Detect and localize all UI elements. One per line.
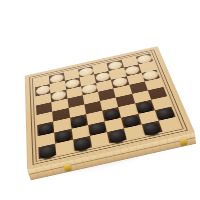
board-square — [71, 125, 90, 140]
checker-piece-dark — [103, 108, 121, 121]
board-square — [100, 97, 118, 110]
board-square — [88, 121, 107, 136]
board-square — [132, 90, 151, 103]
board-square — [38, 132, 56, 147]
board-square — [104, 117, 124, 132]
board-square — [86, 111, 105, 125]
board-square — [70, 114, 88, 128]
board-square — [52, 108, 69, 122]
checker-piece-dark — [122, 114, 141, 128]
checker-piece-dark — [135, 100, 154, 113]
board-square — [102, 107, 121, 121]
product-photo — [0, 0, 200, 200]
board-square — [135, 100, 155, 114]
board-square — [121, 114, 141, 128]
board-square — [138, 110, 158, 124]
board-square — [53, 118, 71, 132]
checker-piece-dark — [155, 107, 175, 120]
board-square — [68, 105, 86, 118]
checker-piece-dark — [70, 115, 87, 128]
board-square — [116, 94, 135, 107]
board-square — [54, 129, 72, 144]
checker-piece-dark — [55, 129, 72, 143]
board-square — [155, 106, 176, 120]
checker-piece-dark — [38, 122, 54, 135]
board-square — [148, 87, 168, 100]
board-square — [37, 122, 54, 136]
board-square — [84, 101, 102, 114]
board-square — [37, 112, 54, 126]
board-square — [118, 104, 137, 118]
board-square — [151, 96, 171, 110]
checker-piece-dark — [88, 122, 106, 136]
